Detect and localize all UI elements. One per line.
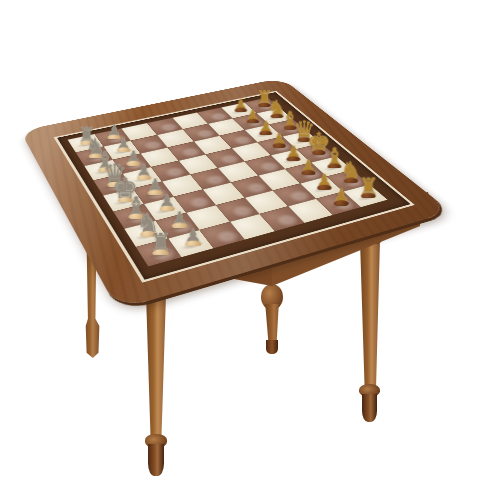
leg-shaft <box>140 286 172 438</box>
leg-foot <box>266 340 278 354</box>
leg-foot <box>362 394 377 422</box>
table-leg-back-right <box>259 284 285 354</box>
leg-foot <box>148 444 164 476</box>
leg-shaft <box>259 304 285 342</box>
chess-table-photo: ♜♞♝♛♚♝♞♜♟♟♟♟♟♟♟♟♟♟♟♟♟♟♟♟♜♞♝♛♚♝♞♜ <box>0 0 480 480</box>
leg-shaft <box>355 244 385 388</box>
